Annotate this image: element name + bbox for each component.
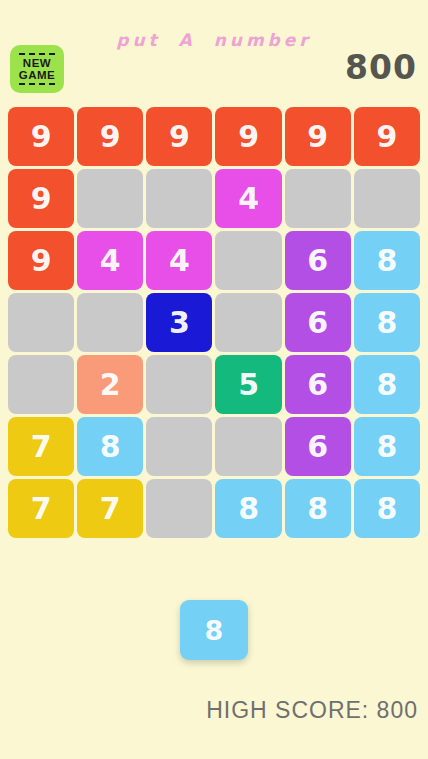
board-tile-7[interactable]: 7	[8, 479, 74, 538]
board-cell-empty[interactable]	[146, 417, 212, 476]
board-tile-9[interactable]: 9	[285, 107, 351, 166]
board-tile-8[interactable]: 8	[354, 355, 420, 414]
new-game-label-line1: NEW	[23, 57, 51, 69]
board-tile-6[interactable]: 6	[285, 417, 351, 476]
dashed-line-bottom-icon	[19, 83, 55, 85]
board-tile-6[interactable]: 6	[285, 293, 351, 352]
current-score: 800	[345, 48, 417, 87]
board-tile-9[interactable]: 9	[354, 107, 420, 166]
board-cell-empty[interactable]	[215, 231, 281, 290]
board-cell-empty[interactable]	[215, 293, 281, 352]
board-cell-empty[interactable]	[146, 479, 212, 538]
next-tile[interactable]: 8	[180, 600, 248, 660]
board-cell-empty[interactable]	[354, 169, 420, 228]
board-tile-2[interactable]: 2	[77, 355, 143, 414]
board-cell-empty[interactable]	[77, 293, 143, 352]
board-tile-4[interactable]: 4	[215, 169, 281, 228]
board-tile-8[interactable]: 8	[215, 479, 281, 538]
board-tile-9[interactable]: 9	[77, 107, 143, 166]
dashed-line-top-icon	[19, 53, 55, 55]
board-tile-8[interactable]: 8	[354, 417, 420, 476]
high-score: HIGH SCORE: 800	[206, 697, 418, 724]
board-tile-3[interactable]: 3	[146, 293, 212, 352]
board-tile-9[interactable]: 9	[8, 169, 74, 228]
game-board: 99999994944683682568786877888	[8, 107, 420, 538]
game-screen: put A number NEW GAME 800 99999994944683…	[0, 0, 428, 759]
board-tile-6[interactable]: 6	[285, 355, 351, 414]
board-tile-4[interactable]: 4	[146, 231, 212, 290]
board-tile-9[interactable]: 9	[215, 107, 281, 166]
board-cell-empty[interactable]	[146, 169, 212, 228]
board-tile-7[interactable]: 7	[8, 417, 74, 476]
next-tile-area: 8	[0, 600, 428, 660]
board-tile-8[interactable]: 8	[354, 293, 420, 352]
game-title: put A number	[0, 30, 428, 50]
board-tile-7[interactable]: 7	[77, 479, 143, 538]
board-cell-empty[interactable]	[8, 355, 74, 414]
new-game-button[interactable]: NEW GAME	[10, 45, 64, 93]
board-tile-9[interactable]: 9	[8, 231, 74, 290]
board-tile-9[interactable]: 9	[8, 107, 74, 166]
board-tile-6[interactable]: 6	[285, 231, 351, 290]
board-tile-5[interactable]: 5	[215, 355, 281, 414]
board-tile-8[interactable]: 8	[77, 417, 143, 476]
board-cell-empty[interactable]	[8, 293, 74, 352]
board-tile-8[interactable]: 8	[354, 479, 420, 538]
board-tile-8[interactable]: 8	[285, 479, 351, 538]
new-game-label-line2: GAME	[19, 69, 56, 81]
board-cell-empty[interactable]	[77, 169, 143, 228]
board-cell-empty[interactable]	[285, 169, 351, 228]
board-tile-8[interactable]: 8	[354, 231, 420, 290]
board-tile-9[interactable]: 9	[146, 107, 212, 166]
board-cell-empty[interactable]	[146, 355, 212, 414]
board-cell-empty[interactable]	[215, 417, 281, 476]
board-tile-4[interactable]: 4	[77, 231, 143, 290]
